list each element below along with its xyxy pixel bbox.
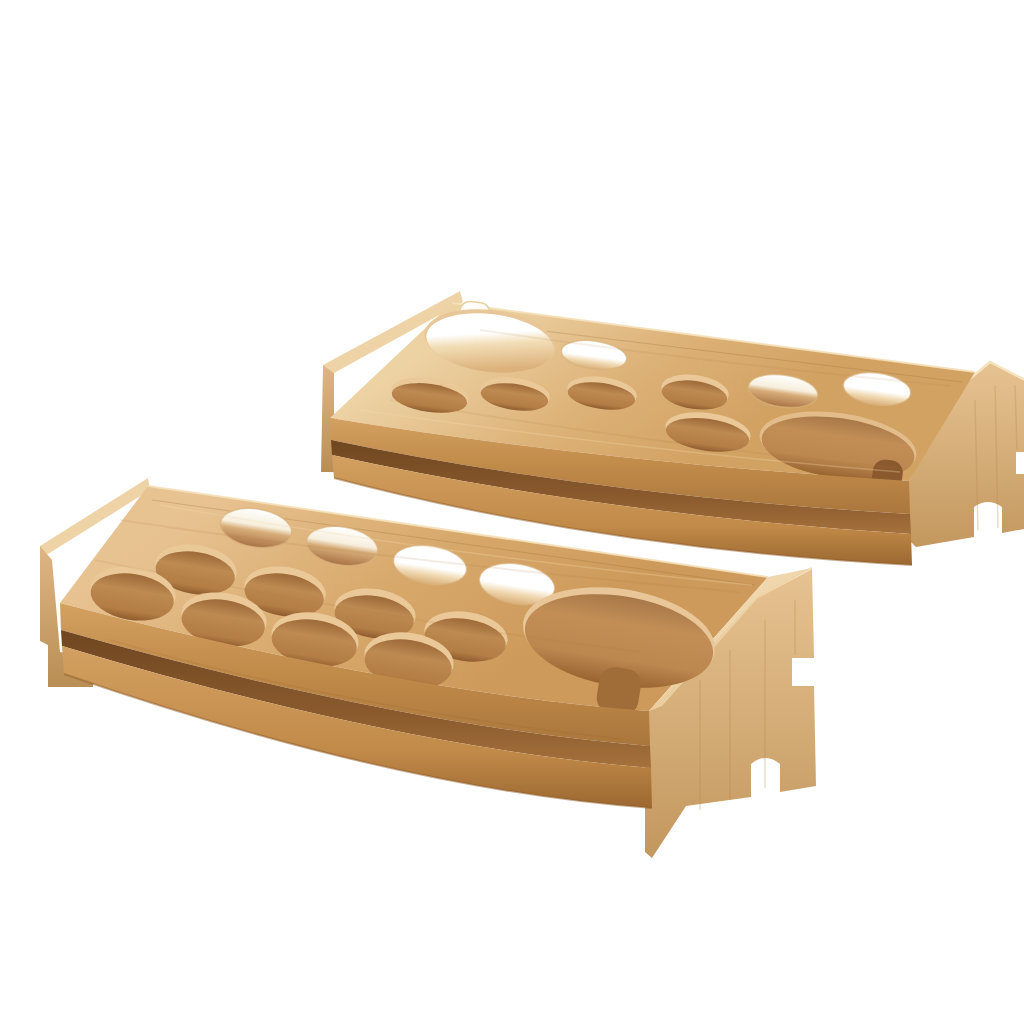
bamboo-racks-illustration xyxy=(0,0,1024,1024)
product-photo xyxy=(0,0,1024,1024)
rack-rear xyxy=(321,291,1024,565)
